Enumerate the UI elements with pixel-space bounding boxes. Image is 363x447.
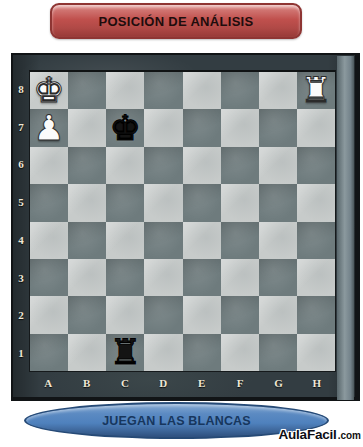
rank-label-3: 3: [13, 259, 29, 297]
white-rook-piece: ♜: [297, 72, 335, 109]
square-b6: [68, 147, 106, 184]
square-h3: [297, 259, 335, 296]
square-f4: [221, 222, 259, 259]
square-f1: [221, 334, 259, 371]
square-g4: [259, 222, 297, 259]
square-h1: [297, 334, 335, 371]
square-a3: [30, 259, 68, 296]
square-f6: [221, 147, 259, 184]
square-g5: [259, 184, 297, 221]
square-c1: ♜: [106, 334, 144, 371]
side-to-move-label: JUEGAN LAS BLANCAS: [102, 414, 251, 428]
file-label-g: G: [259, 372, 297, 394]
black-rook-piece: ♜: [106, 334, 144, 371]
rank-label-1: 1: [13, 334, 29, 372]
square-g2: [259, 296, 297, 333]
square-c6: [106, 147, 144, 184]
square-a5: [30, 184, 68, 221]
square-b3: [68, 259, 106, 296]
square-c5: [106, 184, 144, 221]
square-g6: [259, 147, 297, 184]
square-f2: [221, 296, 259, 333]
square-d8: [144, 72, 182, 109]
square-e4: [183, 222, 221, 259]
square-a7: ♟: [30, 109, 68, 146]
white-pawn-piece: ♟: [30, 109, 68, 146]
aulafacil-watermark-link[interactable]: AulaFacil .com: [278, 427, 361, 442]
square-e7: [183, 109, 221, 146]
square-b4: [68, 222, 106, 259]
square-c2: [106, 296, 144, 333]
rank-label-2: 2: [13, 297, 29, 335]
rank-labels: 87654321: [13, 70, 29, 372]
square-b2: [68, 296, 106, 333]
square-a8: ♚: [30, 72, 68, 109]
page: POSICIÓN DE ANÁLISIS 87654321 ABCDEFGH ♚…: [0, 0, 363, 447]
file-labels: ABCDEFGH: [29, 372, 336, 394]
rank-label-7: 7: [13, 108, 29, 146]
file-label-h: H: [298, 372, 336, 394]
file-label-b: B: [67, 372, 105, 394]
square-d3: [144, 259, 182, 296]
square-f5: [221, 184, 259, 221]
square-e1: [183, 334, 221, 371]
board-frame-right-edge: [337, 56, 354, 400]
chess-board: 87654321 ABCDEFGH ♚♜♟♚♜: [11, 53, 360, 401]
square-c7: ♚: [106, 109, 144, 146]
square-c3: [106, 259, 144, 296]
square-e3: [183, 259, 221, 296]
square-a4: [30, 222, 68, 259]
square-d7: [144, 109, 182, 146]
square-h4: [297, 222, 335, 259]
square-g1: [259, 334, 297, 371]
square-d4: [144, 222, 182, 259]
square-h7: [297, 109, 335, 146]
square-f7: [221, 109, 259, 146]
square-e6: [183, 147, 221, 184]
analysis-banner-label: POSICIÓN DE ANÁLISIS: [98, 14, 253, 29]
rank-label-6: 6: [13, 146, 29, 184]
square-a6: [30, 147, 68, 184]
rank-label-5: 5: [13, 183, 29, 221]
square-b7: [68, 109, 106, 146]
file-label-f: F: [221, 372, 259, 394]
square-d6: [144, 147, 182, 184]
square-b1: [68, 334, 106, 371]
square-h2: [297, 296, 335, 333]
square-b8: [68, 72, 106, 109]
white-king-piece: ♚: [30, 72, 68, 109]
square-c8: [106, 72, 144, 109]
square-e5: [183, 184, 221, 221]
square-g7: [259, 109, 297, 146]
square-h5: [297, 184, 335, 221]
rank-label-4: 4: [13, 221, 29, 259]
square-h6: [297, 147, 335, 184]
file-label-a: A: [29, 372, 67, 394]
square-d5: [144, 184, 182, 221]
square-e8: [183, 72, 221, 109]
square-a1: [30, 334, 68, 371]
square-g3: [259, 259, 297, 296]
file-label-c: C: [106, 372, 144, 394]
square-h8: ♜: [297, 72, 335, 109]
square-g8: [259, 72, 297, 109]
square-a2: [30, 296, 68, 333]
file-label-d: D: [144, 372, 182, 394]
rank-label-8: 8: [13, 70, 29, 108]
analysis-banner: POSICIÓN DE ANÁLISIS: [50, 3, 302, 39]
watermark-name: AulaFacil: [278, 427, 336, 442]
square-d2: [144, 296, 182, 333]
square-c4: [106, 222, 144, 259]
square-f8: [221, 72, 259, 109]
square-f3: [221, 259, 259, 296]
board-grid: ♚♜♟♚♜: [29, 70, 336, 372]
square-d1: [144, 334, 182, 371]
watermark-tld: .com: [338, 430, 361, 441]
square-e2: [183, 296, 221, 333]
black-king-piece: ♚: [106, 109, 144, 146]
square-b5: [68, 184, 106, 221]
file-label-e: E: [183, 372, 221, 394]
